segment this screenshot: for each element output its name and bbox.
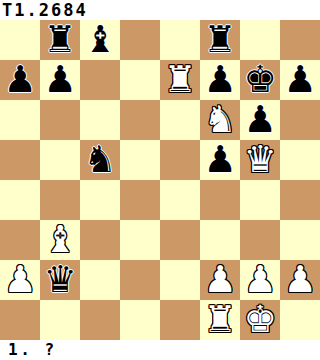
square-h1[interactable]	[280, 300, 320, 340]
square-b2[interactable]: ♛	[40, 260, 80, 300]
piece-white-queen: ♛	[243, 140, 276, 180]
square-f5[interactable]: ♟	[200, 140, 240, 180]
piece-black-rook: ♜	[43, 20, 76, 60]
square-h7[interactable]: ♟	[280, 60, 320, 100]
square-d4[interactable]	[120, 180, 160, 220]
square-c8[interactable]: ♝	[80, 20, 120, 60]
square-a3[interactable]	[0, 220, 40, 260]
piece-white-knight: ♞	[203, 100, 236, 140]
square-d5[interactable]	[120, 140, 160, 180]
square-f6[interactable]: ♞	[200, 100, 240, 140]
square-e1[interactable]	[160, 300, 200, 340]
square-g3[interactable]	[240, 220, 280, 260]
piece-black-pawn: ♟	[243, 100, 276, 140]
square-h2[interactable]: ♟	[280, 260, 320, 300]
square-a2[interactable]: ♟	[0, 260, 40, 300]
square-a6[interactable]	[0, 100, 40, 140]
square-c4[interactable]	[80, 180, 120, 220]
square-e7[interactable]: ♜	[160, 60, 200, 100]
square-f8[interactable]: ♜	[200, 20, 240, 60]
square-d3[interactable]	[120, 220, 160, 260]
square-a1[interactable]	[0, 300, 40, 340]
square-d8[interactable]	[120, 20, 160, 60]
square-g1[interactable]: ♚	[240, 300, 280, 340]
piece-white-bishop: ♝	[43, 220, 76, 260]
square-b5[interactable]	[40, 140, 80, 180]
square-b6[interactable]	[40, 100, 80, 140]
square-h6[interactable]	[280, 100, 320, 140]
move-prompt: 1. ?	[0, 340, 320, 360]
piece-black-pawn: ♟	[3, 60, 36, 100]
piece-black-pawn: ♟	[203, 60, 236, 100]
square-a5[interactable]	[0, 140, 40, 180]
square-d1[interactable]	[120, 300, 160, 340]
piece-white-pawn: ♟	[203, 260, 236, 300]
square-f7[interactable]: ♟	[200, 60, 240, 100]
piece-white-pawn: ♟	[283, 260, 316, 300]
square-f3[interactable]	[200, 220, 240, 260]
square-e6[interactable]	[160, 100, 200, 140]
square-g4[interactable]	[240, 180, 280, 220]
square-a7[interactable]: ♟	[0, 60, 40, 100]
square-c3[interactable]	[80, 220, 120, 260]
piece-black-pawn: ♟	[283, 60, 316, 100]
square-c2[interactable]	[80, 260, 120, 300]
square-e3[interactable]	[160, 220, 200, 260]
square-e5[interactable]	[160, 140, 200, 180]
square-g5[interactable]: ♛	[240, 140, 280, 180]
square-g2[interactable]: ♟	[240, 260, 280, 300]
square-f2[interactable]: ♟	[200, 260, 240, 300]
square-g8[interactable]	[240, 20, 280, 60]
square-h8[interactable]	[280, 20, 320, 60]
square-h5[interactable]	[280, 140, 320, 180]
square-a4[interactable]	[0, 180, 40, 220]
square-e4[interactable]	[160, 180, 200, 220]
square-c7[interactable]	[80, 60, 120, 100]
square-d7[interactable]	[120, 60, 160, 100]
square-b1[interactable]	[40, 300, 80, 340]
piece-black-king: ♚	[243, 60, 276, 100]
square-h4[interactable]	[280, 180, 320, 220]
piece-black-rook: ♜	[203, 20, 236, 60]
square-b8[interactable]: ♜	[40, 20, 80, 60]
piece-black-pawn: ♟	[43, 60, 76, 100]
puzzle-title: T1.2684	[0, 0, 320, 20]
piece-black-knight: ♞	[83, 140, 116, 180]
piece-white-pawn: ♟	[243, 260, 276, 300]
piece-white-rook: ♜	[163, 60, 196, 100]
square-d2[interactable]	[120, 260, 160, 300]
square-b7[interactable]: ♟	[40, 60, 80, 100]
piece-black-queen: ♛	[43, 260, 76, 300]
piece-white-pawn: ♟	[3, 260, 36, 300]
square-e8[interactable]	[160, 20, 200, 60]
square-c1[interactable]	[80, 300, 120, 340]
square-f4[interactable]	[200, 180, 240, 220]
square-c5[interactable]: ♞	[80, 140, 120, 180]
square-h3[interactable]	[280, 220, 320, 260]
chess-board: ♜♝♜♟♟♜♟♚♟♞♟♞♟♛♝♟♛♟♟♟♜♚	[0, 20, 320, 340]
square-g6[interactable]: ♟	[240, 100, 280, 140]
square-c6[interactable]	[80, 100, 120, 140]
square-b3[interactable]: ♝	[40, 220, 80, 260]
piece-black-bishop: ♝	[83, 20, 116, 60]
piece-black-pawn: ♟	[203, 140, 236, 180]
square-a8[interactable]	[0, 20, 40, 60]
square-e2[interactable]	[160, 260, 200, 300]
square-g7[interactable]: ♚	[240, 60, 280, 100]
square-f1[interactable]: ♜	[200, 300, 240, 340]
square-b4[interactable]	[40, 180, 80, 220]
piece-white-king: ♚	[243, 300, 276, 340]
square-d6[interactable]	[120, 100, 160, 140]
piece-white-rook: ♜	[203, 300, 236, 340]
